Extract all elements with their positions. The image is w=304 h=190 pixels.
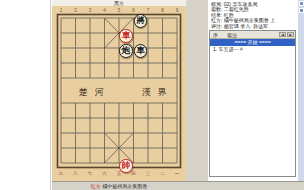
move-1-text: 车五进一 — [219, 46, 239, 52]
piece-black-general[interactable]: 將 — [134, 14, 148, 28]
red-side-label: 红方 橘中秘残局全集图卷 — [52, 183, 186, 190]
piece-black-cannon[interactable]: 炮 — [119, 44, 133, 58]
river-text-han-jie: 漢 界 — [142, 87, 169, 97]
file-label-bottom-1: 九 — [57, 171, 65, 176]
file-label-top-5: 5 — [115, 8, 123, 13]
piece-red-general[interactable]: 帥 — [119, 159, 133, 173]
move-list-header-seq: 序 — [210, 32, 227, 38]
move-prev-button[interactable]: ◀ — [279, 32, 286, 37]
file-label-top-3: 3 — [86, 8, 94, 13]
xiangqi-board[interactable]: 黑方 — [52, 0, 186, 181]
red-side-tag: 红方 — [91, 183, 101, 189]
board-grid: 楚 河 漢 界 — [52, 0, 186, 181]
file-label-top-7: 7 — [144, 8, 152, 13]
red-side-name: 橘中秘残局全集图卷 — [102, 183, 147, 189]
move-list[interactable]: 序 着法 ◀ ▶ ==== 开始 ==== 1. 车五进一 # — [209, 30, 296, 177]
file-label-bottom-4: 六 — [101, 171, 109, 176]
river-text-chu-he: 楚 河 — [79, 87, 106, 97]
move-next-button[interactable]: ▶ — [287, 32, 294, 37]
scrollbar-up-button[interactable] — [299, 1, 304, 6]
game-info-panel: 棋局: 02) 弃车攻杀局 着数: 二着红先胜 结果: 红胜 红方: 橘中秘残局… — [208, 0, 298, 181]
file-label-bottom-8: 二 — [159, 171, 167, 176]
file-label-top-8: 8 — [159, 8, 167, 13]
right-scrollbar[interactable] — [298, 0, 304, 181]
move-list-header-move: 着法 — [227, 32, 279, 38]
file-label-bottom-9: 一 — [173, 171, 181, 176]
move-1-mark: # — [240, 46, 243, 52]
info-line-notes: 评注: 杨官璘 录入: 孙达军 — [211, 24, 298, 29]
file-label-top-9: 9 — [173, 8, 181, 13]
file-label-top-4: 4 — [101, 8, 109, 13]
left-panel-divider — [50, 0, 51, 190]
move-1-number: 1. — [213, 46, 217, 52]
move-row-1[interactable]: 1. 车五进一 # — [210, 46, 295, 53]
file-label-bottom-7: 三 — [144, 171, 152, 176]
file-label-top-2: 2 — [72, 8, 80, 13]
file-label-top-6: 6 — [130, 8, 138, 13]
game-info-box: 棋局: 02) 弃车攻杀局 着数: 二着红先胜 结果: 红胜 红方: 橘中秘残局… — [208, 0, 298, 28]
piece-black-chariot[interactable]: 車 — [134, 44, 148, 58]
status-bar: 红方 橘中秘残局全集图卷 — [52, 181, 304, 190]
move-list-header: 序 着法 ◀ ▶ — [210, 31, 295, 39]
file-label-bottom-3: 七 — [86, 171, 94, 176]
panel-gap — [186, 0, 208, 181]
piece-red-chariot[interactable]: 車 — [119, 29, 133, 43]
move-row-start[interactable]: ==== 开始 ==== — [210, 39, 295, 46]
app-window: 黑方 — [0, 0, 304, 190]
scrollbar-down-button[interactable] — [299, 8, 304, 13]
file-label-bottom-2: 八 — [72, 171, 80, 176]
file-label-top-1: 1 — [57, 8, 65, 13]
